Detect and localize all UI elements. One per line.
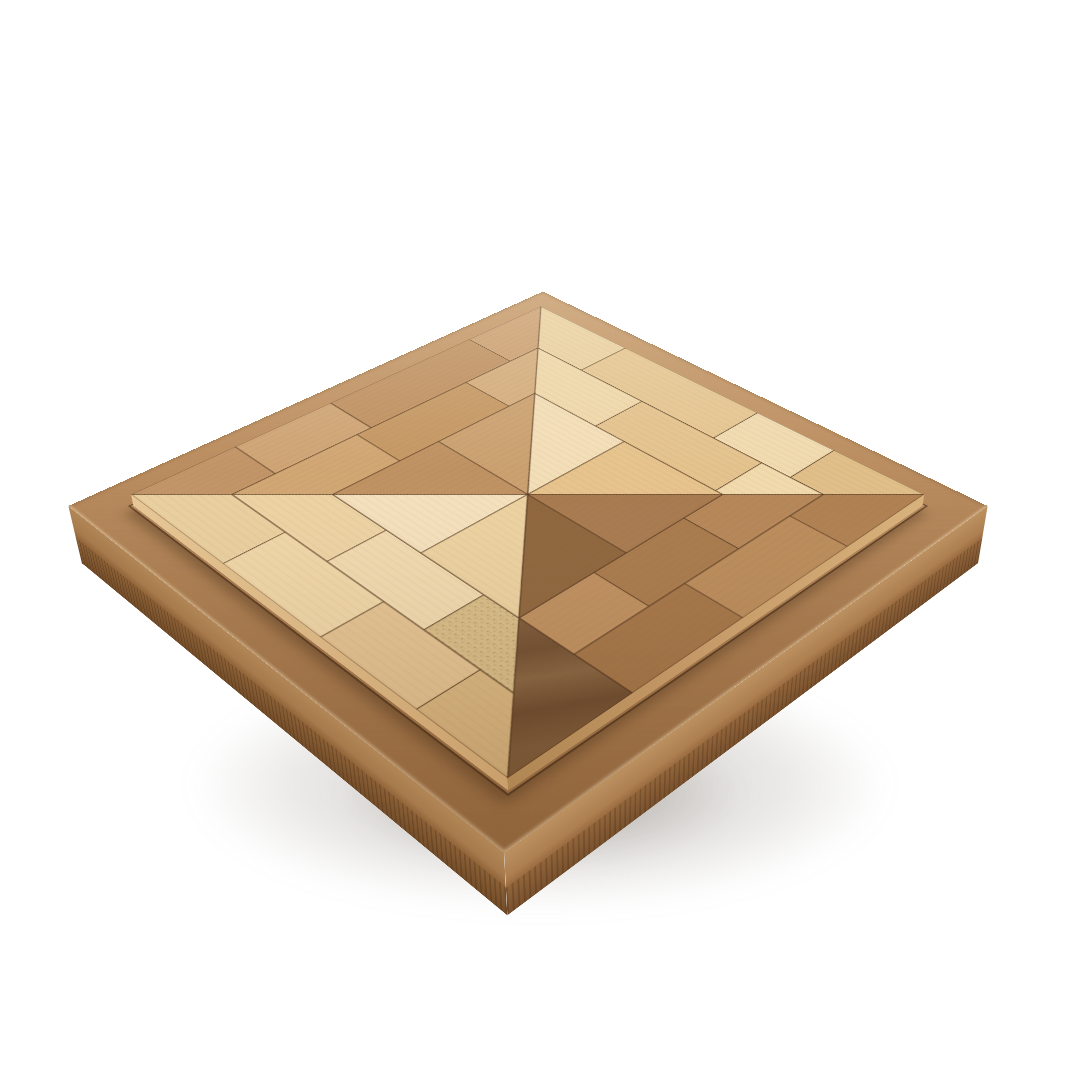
puzzle-board xyxy=(68,292,987,853)
photo-stage xyxy=(0,0,1080,1080)
pieces-mosaic xyxy=(131,307,924,779)
pieces-block xyxy=(131,307,924,779)
scene-3d xyxy=(0,0,1080,1080)
